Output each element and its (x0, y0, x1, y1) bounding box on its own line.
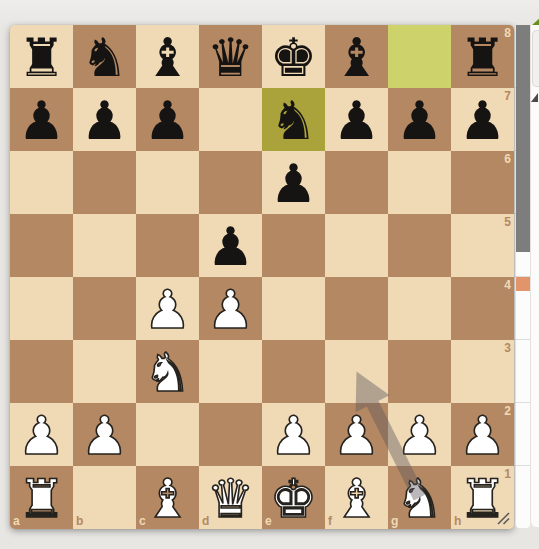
square-e8[interactable]: ♚ (262, 25, 325, 88)
square-c7[interactable]: ♟ (136, 88, 199, 151)
square-c5[interactable] (136, 214, 199, 277)
square-h4[interactable]: 4 (451, 277, 514, 340)
square-h3[interactable]: 3 (451, 340, 514, 403)
white-pawn[interactable]: ♟ (333, 404, 381, 467)
square-d2[interactable] (199, 403, 262, 466)
square-b7[interactable]: ♟ (73, 88, 136, 151)
square-g2[interactable]: ♟ (388, 403, 451, 466)
square-d4[interactable]: ♟ (199, 277, 262, 340)
square-g7[interactable]: ♟ (388, 88, 451, 151)
black-rook[interactable]: ♜ (459, 26, 507, 89)
board-resize-handle[interactable] (496, 511, 510, 525)
rank-label-3: 3 (504, 342, 511, 354)
square-g4[interactable] (388, 277, 451, 340)
square-a2[interactable]: ♟ (10, 403, 73, 466)
white-bishop[interactable]: ♝ (333, 467, 381, 529)
black-pawn[interactable]: ♟ (396, 89, 444, 152)
scrollbar-track[interactable] (515, 25, 530, 528)
file-label-f: f (328, 515, 332, 527)
square-g3[interactable] (388, 340, 451, 403)
square-b3[interactable] (73, 340, 136, 403)
square-h8[interactable]: ♜8 (451, 25, 514, 88)
square-a4[interactable] (10, 277, 73, 340)
black-rook[interactable]: ♜ (18, 26, 66, 89)
square-a7[interactable]: ♟ (10, 88, 73, 151)
square-e3[interactable] (262, 340, 325, 403)
black-knight[interactable]: ♞ (270, 89, 318, 152)
white-queen[interactable]: ♛ (207, 467, 255, 529)
square-c6[interactable] (136, 151, 199, 214)
panel-card-edge (532, 30, 539, 87)
white-pawn[interactable]: ♟ (18, 404, 66, 467)
white-pawn[interactable]: ♟ (270, 404, 318, 467)
white-bishop[interactable]: ♝ (144, 467, 192, 529)
rank-label-8: 8 (504, 27, 511, 39)
square-f3[interactable] (325, 340, 388, 403)
square-h5[interactable]: 5 (451, 214, 514, 277)
square-e4[interactable] (262, 277, 325, 340)
square-c1[interactable]: ♝c (136, 466, 199, 529)
square-b5[interactable] (73, 214, 136, 277)
square-d1[interactable]: ♛d (199, 466, 262, 529)
square-b4[interactable] (73, 277, 136, 340)
file-label-b: b (76, 515, 83, 527)
square-d8[interactable]: ♛ (199, 25, 262, 88)
black-queen[interactable]: ♛ (207, 26, 255, 89)
square-g8[interactable] (388, 25, 451, 88)
white-knight[interactable]: ♞ (144, 341, 192, 404)
square-d3[interactable] (199, 340, 262, 403)
square-a5[interactable] (10, 214, 73, 277)
square-h6[interactable]: 6 (451, 151, 514, 214)
rank-label-5: 5 (504, 216, 511, 228)
square-a1[interactable]: ♜a (10, 466, 73, 529)
black-pawn[interactable]: ♟ (81, 89, 129, 152)
file-label-d: d (202, 515, 209, 527)
square-b1[interactable]: b (73, 466, 136, 529)
square-d5[interactable]: ♟ (199, 214, 262, 277)
square-f7[interactable]: ♟ (325, 88, 388, 151)
square-c4[interactable]: ♟ (136, 277, 199, 340)
black-pawn[interactable]: ♟ (459, 89, 507, 152)
white-rook[interactable]: ♜ (18, 467, 66, 529)
file-label-h: h (454, 515, 461, 527)
square-f5[interactable] (325, 214, 388, 277)
square-g6[interactable] (388, 151, 451, 214)
black-pawn[interactable]: ♟ (333, 89, 381, 152)
board-grid: ♜♞♝♛♚♝♜8♟♟♟♞♟♟♟7♟6♟5♟♟4♞3♟♟♟♟♟♟2♜ab♝c♛d♚… (10, 25, 514, 529)
white-king[interactable]: ♚ (270, 467, 318, 529)
square-f6[interactable] (325, 151, 388, 214)
square-h2[interactable]: ♟2 (451, 403, 514, 466)
file-label-a: a (13, 515, 20, 527)
page-background: ♜♞♝♛♚♝♜8♟♟♟♞♟♟♟7♟6♟5♟♟4♞3♟♟♟♟♟♟2♜ab♝c♛d♚… (0, 0, 539, 549)
square-f2[interactable]: ♟ (325, 403, 388, 466)
square-a8[interactable]: ♜ (10, 25, 73, 88)
rank-label-2: 2 (504, 405, 511, 417)
file-label-e: e (265, 515, 272, 527)
rank-label-4: 4 (504, 279, 511, 291)
black-pawn[interactable]: ♟ (207, 215, 255, 278)
square-f8[interactable]: ♝ (325, 25, 388, 88)
black-pawn[interactable]: ♟ (18, 89, 66, 152)
square-h7[interactable]: ♟7 (451, 88, 514, 151)
rank-label-7: 7 (504, 90, 511, 102)
square-b8[interactable]: ♞ (73, 25, 136, 88)
square-a3[interactable] (10, 340, 73, 403)
square-a6[interactable] (10, 151, 73, 214)
rank-label-1: 1 (504, 468, 511, 480)
white-pawn[interactable]: ♟ (396, 404, 444, 467)
white-pawn[interactable]: ♟ (459, 404, 507, 467)
square-e2[interactable]: ♟ (262, 403, 325, 466)
square-b2[interactable]: ♟ (73, 403, 136, 466)
square-c8[interactable]: ♝ (136, 25, 199, 88)
scrollbar-thumb[interactable] (516, 25, 530, 252)
white-pawn[interactable]: ♟ (207, 278, 255, 341)
square-e7[interactable]: ♞ (262, 88, 325, 151)
square-d7[interactable] (199, 88, 262, 151)
white-pawn[interactable]: ♟ (81, 404, 129, 467)
square-f1[interactable]: ♝f (325, 466, 388, 529)
chess-board: ♜♞♝♛♚♝♜8♟♟♟♞♟♟♟7♟6♟5♟♟4♞3♟♟♟♟♟♟2♜ab♝c♛d♚… (10, 25, 514, 529)
white-knight[interactable]: ♞ (396, 467, 444, 529)
square-g5[interactable] (388, 214, 451, 277)
scrollbar-orange-marker (516, 277, 530, 291)
square-e5[interactable] (262, 214, 325, 277)
black-pawn[interactable]: ♟ (144, 89, 192, 152)
file-label-c: c (139, 515, 146, 527)
square-c2[interactable] (136, 403, 199, 466)
square-e6[interactable]: ♟ (262, 151, 325, 214)
white-pawn[interactable]: ♟ (144, 278, 192, 341)
black-bishop[interactable]: ♝ (333, 26, 381, 89)
black-bishop[interactable]: ♝ (144, 26, 192, 89)
square-c3[interactable]: ♞ (136, 340, 199, 403)
black-king[interactable]: ♚ (270, 26, 318, 89)
square-b6[interactable] (73, 151, 136, 214)
square-d6[interactable] (199, 151, 262, 214)
black-knight[interactable]: ♞ (81, 26, 129, 89)
rank-label-6: 6 (504, 153, 511, 165)
square-e1[interactable]: ♚e (262, 466, 325, 529)
black-pawn[interactable]: ♟ (270, 152, 318, 215)
square-g1[interactable]: ♞g (388, 466, 451, 529)
file-label-g: g (391, 515, 398, 527)
square-f4[interactable] (325, 277, 388, 340)
